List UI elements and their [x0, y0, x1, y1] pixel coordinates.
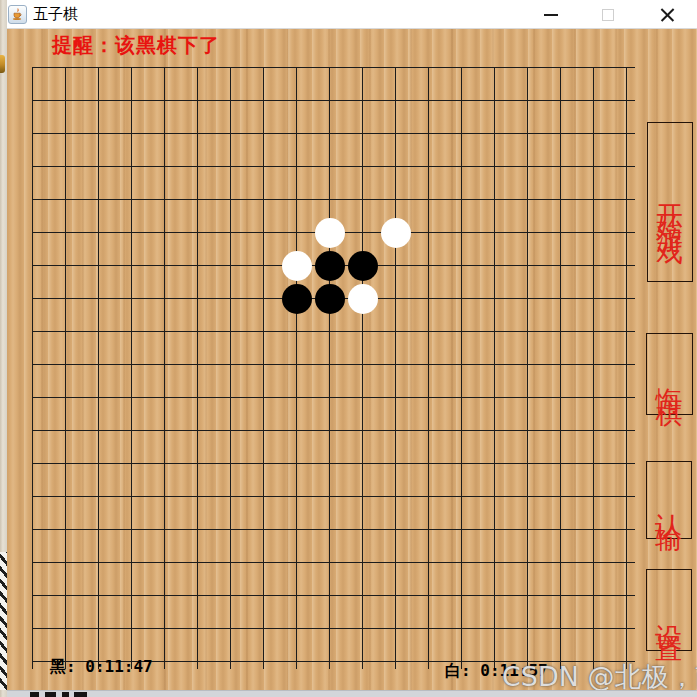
board[interactable]: [32, 67, 627, 662]
java-coffee-cup-icon: [8, 5, 27, 24]
background-gold-icon: [0, 55, 5, 73]
stone-white: [282, 251, 312, 281]
stone-black: [282, 284, 312, 314]
close-button[interactable]: [652, 0, 682, 29]
stone-white: [381, 218, 411, 248]
settings-label: 设置: [656, 602, 683, 626]
black-clock: 黑: 0:11:47: [50, 657, 153, 678]
screen: 五子棋 提醒：该黑棋下了 开始游戏 悔棋 认输 设置 黑: 0:11:47 白:…: [0, 0, 697, 697]
titlebar: 五子棋: [0, 0, 697, 29]
settings-button[interactable]: 设置: [646, 569, 692, 651]
turn-reminder: 提醒：该黑棋下了: [52, 32, 220, 59]
maximize-icon: [602, 9, 614, 21]
stone-black: [348, 251, 378, 281]
grid-line-stubs-right: [627, 67, 635, 662]
stone-black: [315, 251, 345, 281]
stone-white: [315, 218, 345, 248]
undo-label: 悔棋: [656, 366, 683, 390]
start-game-button[interactable]: 开始游戏: [647, 122, 693, 282]
stone-white: [348, 284, 378, 314]
start-game-label: 开始游戏: [657, 183, 684, 227]
resign-button[interactable]: 认输: [646, 461, 692, 539]
stone-layer: [32, 67, 627, 662]
minimize-button[interactable]: [538, 0, 564, 29]
background-diagonal-stripes: [0, 552, 7, 690]
window-title: 五子棋: [33, 5, 78, 24]
maximize-button: [595, 0, 621, 29]
background-window-strip: [0, 0, 7, 697]
background-bottom-strip: [0, 690, 697, 697]
close-icon: [659, 6, 676, 23]
stone-black: [315, 284, 345, 314]
game-panel: 提醒：该黑棋下了 开始游戏 悔棋 认输 设置 黑: 0:11:47 白: 0:1…: [0, 29, 697, 690]
resign-label: 认输: [656, 492, 683, 514]
undo-button[interactable]: 悔棋: [646, 333, 693, 415]
minimize-icon: [544, 14, 558, 16]
